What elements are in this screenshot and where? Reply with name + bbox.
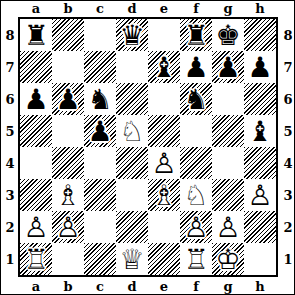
- file-label-top-g: g: [212, 1, 244, 17]
- square-h2[interactable]: [244, 211, 276, 243]
- file-label-top-f: f: [180, 1, 212, 17]
- piece-black-king: ♚: [212, 19, 244, 51]
- piece-white-pawn: ♙: [244, 179, 276, 211]
- square-a3[interactable]: [20, 179, 52, 211]
- square-c8[interactable]: [84, 19, 116, 51]
- file-label-bottom-g: g: [212, 279, 244, 295]
- rank-label-right-6: 6: [280, 84, 295, 116]
- file-label-bottom-f: f: [180, 279, 212, 295]
- square-e8[interactable]: [148, 19, 180, 51]
- piece-black-pawn: ♟: [212, 51, 244, 83]
- square-c7[interactable]: [84, 51, 116, 83]
- piece-white-knight: ♘: [180, 179, 212, 211]
- rank-label-right-1: 1: [280, 244, 295, 276]
- square-c3[interactable]: [84, 179, 116, 211]
- square-d5[interactable]: ♞♘: [116, 115, 148, 147]
- piece-white-rook: ♖: [180, 243, 212, 275]
- square-a6[interactable]: ♟: [20, 83, 52, 115]
- rank-label-right-3: 3: [280, 180, 295, 212]
- square-e1[interactable]: [148, 243, 180, 275]
- rank-labels-right: 87654321: [280, 20, 295, 276]
- square-c6[interactable]: ♞: [84, 83, 116, 115]
- square-e5[interactable]: [148, 115, 180, 147]
- piece-white-pawn: ♙: [52, 211, 84, 243]
- piece-white-king: ♔: [212, 243, 244, 275]
- piece-black-pawn: ♟: [52, 83, 84, 115]
- piece-black-pawn: ♟: [84, 115, 116, 147]
- square-e6[interactable]: [148, 83, 180, 115]
- square-h8[interactable]: [244, 19, 276, 51]
- square-e4[interactable]: ♟♙: [148, 147, 180, 179]
- piece-black-pawn: ♟: [180, 51, 212, 83]
- square-a8[interactable]: ♜: [20, 19, 52, 51]
- square-c2[interactable]: [84, 211, 116, 243]
- piece-black-pawn: ♟: [244, 51, 276, 83]
- piece-black-pawn: ♟: [20, 83, 52, 115]
- rank-label-left-3: 3: [2, 180, 18, 212]
- rank-label-left-8: 8: [2, 20, 18, 52]
- square-g7[interactable]: ♟: [212, 51, 244, 83]
- square-b3[interactable]: ♝♗: [52, 179, 84, 211]
- file-label-top-c: c: [84, 1, 116, 17]
- piece-black-knight: ♞: [84, 83, 116, 115]
- piece-white-pawn: ♙: [20, 211, 52, 243]
- square-b7[interactable]: [52, 51, 84, 83]
- square-d3[interactable]: [116, 179, 148, 211]
- piece-white-pawn: ♙: [212, 211, 244, 243]
- file-label-bottom-d: d: [116, 279, 148, 295]
- square-g1[interactable]: ♚♔: [212, 243, 244, 275]
- square-h4[interactable]: [244, 147, 276, 179]
- rank-label-left-4: 4: [2, 148, 18, 180]
- rank-label-left-6: 6: [2, 84, 18, 116]
- piece-black-bishop: ♝: [244, 115, 276, 147]
- square-a2[interactable]: ♟♙: [20, 211, 52, 243]
- square-d7[interactable]: [116, 51, 148, 83]
- file-labels-top: abcdefgh: [20, 1, 276, 17]
- piece-black-bishop: ♝: [148, 51, 180, 83]
- square-c1[interactable]: [84, 243, 116, 275]
- rank-label-left-7: 7: [2, 52, 18, 84]
- square-h1[interactable]: [244, 243, 276, 275]
- square-b4[interactable]: [52, 147, 84, 179]
- square-g2[interactable]: ♟♙: [212, 211, 244, 243]
- piece-white-bishop: ♗: [52, 179, 84, 211]
- square-f2[interactable]: ♟♙: [180, 211, 212, 243]
- rank-label-right-8: 8: [280, 20, 295, 52]
- square-a4[interactable]: [20, 147, 52, 179]
- square-f7[interactable]: ♟: [180, 51, 212, 83]
- square-b2[interactable]: ♟♙: [52, 211, 84, 243]
- chess-diagram: abcdefgh 87654321 ♜♛♜♚♝♟♟♟♟♟♞♞♟♞♘♝♟♙♝♗♝♗…: [0, 0, 295, 295]
- square-d8[interactable]: ♛: [116, 19, 148, 51]
- file-label-top-h: h: [244, 1, 276, 17]
- square-d4[interactable]: [116, 147, 148, 179]
- rank-label-right-4: 4: [280, 148, 295, 180]
- square-g3[interactable]: [212, 179, 244, 211]
- square-e2[interactable]: [148, 211, 180, 243]
- square-g4[interactable]: [212, 147, 244, 179]
- rank-label-right-7: 7: [280, 52, 295, 84]
- square-a5[interactable]: [20, 115, 52, 147]
- piece-white-pawn: ♙: [180, 211, 212, 243]
- rank-label-left-2: 2: [2, 212, 18, 244]
- file-label-top-e: e: [148, 1, 180, 17]
- square-g5[interactable]: [212, 115, 244, 147]
- square-b8[interactable]: [52, 19, 84, 51]
- square-c4[interactable]: [84, 147, 116, 179]
- piece-white-bishop: ♗: [148, 179, 180, 211]
- rank-label-right-5: 5: [280, 116, 295, 148]
- piece-white-pawn: ♙: [148, 147, 180, 179]
- square-g8[interactable]: ♚: [212, 19, 244, 51]
- rank-label-left-1: 1: [2, 244, 18, 276]
- square-e3[interactable]: ♝♗: [148, 179, 180, 211]
- file-label-top-d: d: [116, 1, 148, 17]
- square-d6[interactable]: [116, 83, 148, 115]
- file-label-bottom-c: c: [84, 279, 116, 295]
- file-label-top-a: a: [20, 1, 52, 17]
- square-d2[interactable]: [116, 211, 148, 243]
- file-label-top-b: b: [52, 1, 84, 17]
- file-labels-bottom: abcdefgh: [20, 279, 276, 295]
- square-c5[interactable]: ♟: [84, 115, 116, 147]
- piece-white-rook: ♖: [20, 243, 52, 275]
- file-label-bottom-a: a: [20, 279, 52, 295]
- square-f3[interactable]: ♞♘: [180, 179, 212, 211]
- file-label-bottom-b: b: [52, 279, 84, 295]
- file-label-bottom-h: h: [244, 279, 276, 295]
- square-h6[interactable]: [244, 83, 276, 115]
- square-e7[interactable]: ♝: [148, 51, 180, 83]
- square-h3[interactable]: ♟♙: [244, 179, 276, 211]
- square-a1[interactable]: ♜♖: [20, 243, 52, 275]
- piece-white-queen: ♕: [116, 243, 148, 275]
- square-f6[interactable]: ♞: [180, 83, 212, 115]
- square-b6[interactable]: ♟: [52, 83, 84, 115]
- file-label-bottom-e: e: [148, 279, 180, 295]
- square-b5[interactable]: [52, 115, 84, 147]
- square-f5[interactable]: [180, 115, 212, 147]
- square-h7[interactable]: ♟: [244, 51, 276, 83]
- square-f4[interactable]: [180, 147, 212, 179]
- square-a7[interactable]: [20, 51, 52, 83]
- chess-board: ♜♛♜♚♝♟♟♟♟♟♞♞♟♞♘♝♟♙♝♗♝♗♞♘♟♙♟♙♟♙♟♙♟♙♜♖♛♕♜♖…: [18, 17, 278, 277]
- square-b1[interactable]: [52, 243, 84, 275]
- square-d1[interactable]: ♛♕: [116, 243, 148, 275]
- rank-label-left-5: 5: [2, 116, 18, 148]
- square-f1[interactable]: ♜♖: [180, 243, 212, 275]
- piece-white-knight: ♘: [116, 115, 148, 147]
- piece-black-rook: ♜: [180, 19, 212, 51]
- piece-black-queen: ♛: [116, 19, 148, 51]
- piece-black-knight: ♞: [180, 83, 212, 115]
- square-g6[interactable]: [212, 83, 244, 115]
- piece-black-rook: ♜: [20, 19, 52, 51]
- rank-label-right-2: 2: [280, 212, 295, 244]
- square-h5[interactable]: ♝: [244, 115, 276, 147]
- rank-labels-left: 87654321: [2, 20, 18, 276]
- square-f8[interactable]: ♜: [180, 19, 212, 51]
